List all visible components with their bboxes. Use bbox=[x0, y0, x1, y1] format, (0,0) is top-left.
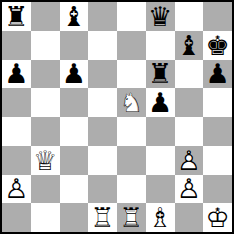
square-d8[interactable] bbox=[88, 2, 117, 31]
square-b6[interactable] bbox=[31, 60, 60, 89]
square-e5[interactable]: ♞♘ bbox=[117, 88, 146, 117]
chess-board: ♜♝♛♝♚♟♟♜♟♞♘♟♛♕♟♙♟♙♟♙♜♖♜♖♝♗♚♔ bbox=[0, 0, 234, 234]
white-bishop-f1: ♝♗ bbox=[146, 203, 175, 232]
square-a4[interactable] bbox=[2, 117, 31, 146]
square-g2[interactable]: ♟♙ bbox=[175, 175, 204, 204]
black-rook-f6: ♜ bbox=[146, 60, 175, 89]
square-c4[interactable] bbox=[60, 117, 89, 146]
square-e7[interactable] bbox=[117, 31, 146, 60]
square-d6[interactable] bbox=[88, 60, 117, 89]
square-h2[interactable] bbox=[203, 175, 232, 204]
black-king-h7: ♚ bbox=[203, 31, 232, 60]
piece-glyph: ♝ bbox=[175, 31, 204, 60]
square-a1[interactable] bbox=[2, 203, 31, 232]
square-e6[interactable] bbox=[117, 60, 146, 89]
piece-outline: ♙ bbox=[2, 175, 31, 204]
square-b1[interactable] bbox=[31, 203, 60, 232]
square-h6[interactable]: ♟ bbox=[203, 60, 232, 89]
white-pawn-g2: ♟♙ bbox=[175, 175, 204, 204]
square-c8[interactable]: ♝ bbox=[60, 2, 89, 31]
square-e8[interactable] bbox=[117, 2, 146, 31]
square-d3[interactable] bbox=[88, 146, 117, 175]
square-f1[interactable]: ♝♗ bbox=[146, 203, 175, 232]
square-f5[interactable]: ♟ bbox=[146, 88, 175, 117]
square-g6[interactable] bbox=[175, 60, 204, 89]
piece-glyph: ♝ bbox=[60, 2, 89, 31]
white-rook-e1: ♜♖ bbox=[117, 203, 146, 232]
piece-outline: ♗ bbox=[146, 203, 175, 232]
piece-glyph: ♜ bbox=[146, 60, 175, 89]
white-knight-e5: ♞♘ bbox=[117, 88, 146, 117]
black-rook-a8: ♜ bbox=[2, 2, 31, 31]
square-d5[interactable] bbox=[88, 88, 117, 117]
black-bishop-g7: ♝ bbox=[175, 31, 204, 60]
square-g7[interactable]: ♝ bbox=[175, 31, 204, 60]
piece-outline: ♖ bbox=[117, 203, 146, 232]
square-h7[interactable]: ♚ bbox=[203, 31, 232, 60]
piece-glyph: ♚ bbox=[203, 31, 232, 60]
square-h3[interactable] bbox=[203, 146, 232, 175]
black-pawn-f5: ♟ bbox=[146, 88, 175, 117]
square-c2[interactable] bbox=[60, 175, 89, 204]
white-pawn-a2: ♟♙ bbox=[2, 175, 31, 204]
square-b3[interactable]: ♛♕ bbox=[31, 146, 60, 175]
square-c6[interactable]: ♟ bbox=[60, 60, 89, 89]
square-g1[interactable] bbox=[175, 203, 204, 232]
square-d4[interactable] bbox=[88, 117, 117, 146]
square-f6[interactable]: ♜ bbox=[146, 60, 175, 89]
square-b5[interactable] bbox=[31, 88, 60, 117]
square-h4[interactable] bbox=[203, 117, 232, 146]
piece-glyph: ♟ bbox=[203, 60, 232, 89]
piece-outline: ♕ bbox=[31, 146, 60, 175]
white-queen-b3: ♛♕ bbox=[31, 146, 60, 175]
square-d2[interactable] bbox=[88, 175, 117, 204]
square-a7[interactable] bbox=[2, 31, 31, 60]
square-h8[interactable] bbox=[203, 2, 232, 31]
square-d7[interactable] bbox=[88, 31, 117, 60]
white-king-h1: ♚♔ bbox=[203, 203, 232, 232]
square-a6[interactable]: ♟ bbox=[2, 60, 31, 89]
piece-glyph: ♟ bbox=[2, 60, 31, 89]
square-h1[interactable]: ♚♔ bbox=[203, 203, 232, 232]
square-c7[interactable] bbox=[60, 31, 89, 60]
black-pawn-c6: ♟ bbox=[60, 60, 89, 89]
piece-outline: ♘ bbox=[117, 88, 146, 117]
piece-outline: ♙ bbox=[175, 146, 204, 175]
square-f3[interactable] bbox=[146, 146, 175, 175]
black-queen-f8: ♛ bbox=[146, 2, 175, 31]
square-b8[interactable] bbox=[31, 2, 60, 31]
square-e1[interactable]: ♜♖ bbox=[117, 203, 146, 232]
square-a8[interactable]: ♜ bbox=[2, 2, 31, 31]
square-a3[interactable] bbox=[2, 146, 31, 175]
square-f8[interactable]: ♛ bbox=[146, 2, 175, 31]
square-g8[interactable] bbox=[175, 2, 204, 31]
square-f7[interactable] bbox=[146, 31, 175, 60]
piece-glyph: ♟ bbox=[60, 60, 89, 89]
square-f2[interactable] bbox=[146, 175, 175, 204]
white-rook-d1: ♜♖ bbox=[88, 203, 117, 232]
piece-glyph: ♛ bbox=[146, 2, 175, 31]
square-g3[interactable]: ♟♙ bbox=[175, 146, 204, 175]
black-bishop-c8: ♝ bbox=[60, 2, 89, 31]
square-c5[interactable] bbox=[60, 88, 89, 117]
square-f4[interactable] bbox=[146, 117, 175, 146]
square-e4[interactable] bbox=[117, 117, 146, 146]
square-a2[interactable]: ♟♙ bbox=[2, 175, 31, 204]
square-g5[interactable] bbox=[175, 88, 204, 117]
white-pawn-g3: ♟♙ bbox=[175, 146, 204, 175]
square-e2[interactable] bbox=[117, 175, 146, 204]
black-pawn-a6: ♟ bbox=[2, 60, 31, 89]
square-c1[interactable] bbox=[60, 203, 89, 232]
piece-glyph: ♜ bbox=[2, 2, 31, 31]
square-g4[interactable] bbox=[175, 117, 204, 146]
square-e3[interactable] bbox=[117, 146, 146, 175]
square-a5[interactable] bbox=[2, 88, 31, 117]
square-b2[interactable] bbox=[31, 175, 60, 204]
piece-outline: ♖ bbox=[88, 203, 117, 232]
square-d1[interactable]: ♜♖ bbox=[88, 203, 117, 232]
square-b4[interactable] bbox=[31, 117, 60, 146]
black-pawn-h6: ♟ bbox=[203, 60, 232, 89]
piece-glyph: ♟ bbox=[146, 88, 175, 117]
square-h5[interactable] bbox=[203, 88, 232, 117]
square-c3[interactable] bbox=[60, 146, 89, 175]
piece-outline: ♔ bbox=[203, 203, 232, 232]
square-b7[interactable] bbox=[31, 31, 60, 60]
piece-outline: ♙ bbox=[175, 175, 204, 204]
